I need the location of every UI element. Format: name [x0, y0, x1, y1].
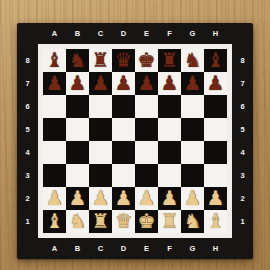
square-d6 — [112, 95, 135, 118]
square-a6 — [43, 95, 66, 118]
square-g8: ♞ — [181, 49, 204, 72]
square-a3 — [43, 164, 66, 187]
square-c6 — [89, 95, 112, 118]
rank-right-label-6: 6 — [232, 95, 253, 118]
square-e7: ♟ — [135, 72, 158, 95]
file-bottom-label-b: B — [66, 238, 89, 259]
square-f7: ♟ — [158, 72, 181, 95]
square-b1: ♞ — [66, 210, 89, 233]
file-bottom-label-h: H — [204, 238, 227, 259]
square-b5 — [66, 118, 89, 141]
white-knight: ♞ — [184, 210, 202, 233]
file-top-label-f: F — [158, 23, 181, 44]
white-pawn: ♟ — [92, 187, 110, 210]
rank-right-label-5: 5 — [232, 118, 253, 141]
square-g4 — [181, 141, 204, 164]
square-f4 — [158, 141, 181, 164]
square-e8: ♚ — [135, 49, 158, 72]
black-queen: ♛ — [115, 49, 133, 72]
rank-left-label-2: 2 — [17, 187, 38, 210]
black-pawn: ♟ — [46, 72, 64, 95]
white-pawn: ♟ — [207, 187, 225, 210]
wood-table-background: ABCDEFGH ABCDEFGH 87654321 87654321 ♝♞♜♛… — [0, 0, 270, 270]
black-pawn: ♟ — [184, 72, 202, 95]
white-king: ♚ — [138, 210, 156, 233]
square-h3 — [204, 164, 227, 187]
square-b4 — [66, 141, 89, 164]
black-pawn: ♟ — [92, 72, 110, 95]
square-d8: ♛ — [112, 49, 135, 72]
square-g5 — [181, 118, 204, 141]
square-b3 — [66, 164, 89, 187]
black-pawn: ♟ — [207, 72, 225, 95]
white-pawn: ♟ — [115, 187, 133, 210]
rank-left-label-5: 5 — [17, 118, 38, 141]
square-f8: ♜ — [158, 49, 181, 72]
file-top-label-a: A — [43, 23, 66, 44]
file-top-label-e: E — [135, 23, 158, 44]
file-top-label-g: G — [181, 23, 204, 44]
white-queen: ♛ — [115, 210, 133, 233]
file-top-label-h: H — [204, 23, 227, 44]
rank-left-label-6: 6 — [17, 95, 38, 118]
square-e6 — [135, 95, 158, 118]
file-bottom-label-f: F — [158, 238, 181, 259]
square-a5 — [43, 118, 66, 141]
white-rook: ♜ — [161, 210, 179, 233]
square-g1: ♞ — [181, 210, 204, 233]
white-pawn: ♟ — [161, 187, 179, 210]
board-grid: ♝♞♜♛♚♜♞♝♟♟♟♟♟♟♟♟♟♟♟♟♟♟♟♟♝♞♜♛♚♜♞♝ — [43, 49, 227, 233]
file-bottom-label-e: E — [135, 238, 158, 259]
white-bishop: ♝ — [207, 210, 225, 233]
square-f3 — [158, 164, 181, 187]
rank-labels-right: 87654321 — [232, 49, 253, 233]
square-h1: ♝ — [204, 210, 227, 233]
square-d3 — [112, 164, 135, 187]
rank-right-label-7: 7 — [232, 72, 253, 95]
rank-labels-left: 87654321 — [17, 49, 38, 233]
rank-right-label-8: 8 — [232, 49, 253, 72]
white-pawn: ♟ — [184, 187, 202, 210]
square-g7: ♟ — [181, 72, 204, 95]
rank-right-label-2: 2 — [232, 187, 253, 210]
rank-right-label-3: 3 — [232, 164, 253, 187]
file-bottom-label-c: C — [89, 238, 112, 259]
square-c8: ♜ — [89, 49, 112, 72]
file-bottom-label-d: D — [112, 238, 135, 259]
square-c4 — [89, 141, 112, 164]
square-a4 — [43, 141, 66, 164]
square-g2: ♟ — [181, 187, 204, 210]
square-c3 — [89, 164, 112, 187]
square-h6 — [204, 95, 227, 118]
square-b6 — [66, 95, 89, 118]
rank-left-label-3: 3 — [17, 164, 38, 187]
file-top-label-b: B — [66, 23, 89, 44]
square-f1: ♜ — [158, 210, 181, 233]
square-h4 — [204, 141, 227, 164]
black-bishop: ♝ — [207, 49, 225, 72]
white-pawn: ♟ — [46, 187, 64, 210]
file-labels-top: ABCDEFGH — [43, 23, 227, 44]
square-e3 — [135, 164, 158, 187]
square-a7: ♟ — [43, 72, 66, 95]
square-f5 — [158, 118, 181, 141]
square-g3 — [181, 164, 204, 187]
square-h8: ♝ — [204, 49, 227, 72]
file-bottom-label-g: G — [181, 238, 204, 259]
board-inner-margin: ♝♞♜♛♚♜♞♝♟♟♟♟♟♟♟♟♟♟♟♟♟♟♟♟♝♞♜♛♚♜♞♝ — [38, 44, 232, 238]
black-rook: ♜ — [161, 49, 179, 72]
square-d7: ♟ — [112, 72, 135, 95]
black-pawn: ♟ — [115, 72, 133, 95]
square-h5 — [204, 118, 227, 141]
square-e2: ♟ — [135, 187, 158, 210]
white-bishop: ♝ — [46, 210, 64, 233]
white-pawn: ♟ — [69, 187, 87, 210]
rank-left-label-8: 8 — [17, 49, 38, 72]
chess-board: ABCDEFGH ABCDEFGH 87654321 87654321 ♝♞♜♛… — [17, 23, 253, 259]
file-top-label-c: C — [89, 23, 112, 44]
white-pawn: ♟ — [138, 187, 156, 210]
black-pawn: ♟ — [161, 72, 179, 95]
black-pawn: ♟ — [138, 72, 156, 95]
black-pawn: ♟ — [69, 72, 87, 95]
square-d4 — [112, 141, 135, 164]
rank-left-label-4: 4 — [17, 141, 38, 164]
square-a8: ♝ — [43, 49, 66, 72]
black-rook: ♜ — [92, 49, 110, 72]
square-a2: ♟ — [43, 187, 66, 210]
square-b8: ♞ — [66, 49, 89, 72]
rank-right-label-1: 1 — [232, 210, 253, 233]
square-e4 — [135, 141, 158, 164]
square-f6 — [158, 95, 181, 118]
black-knight: ♞ — [184, 49, 202, 72]
file-labels-bottom: ABCDEFGH — [43, 238, 227, 259]
square-a1: ♝ — [43, 210, 66, 233]
file-top-label-d: D — [112, 23, 135, 44]
square-d1: ♛ — [112, 210, 135, 233]
square-f2: ♟ — [158, 187, 181, 210]
square-c5 — [89, 118, 112, 141]
black-king: ♚ — [138, 49, 156, 72]
square-b2: ♟ — [66, 187, 89, 210]
square-h7: ♟ — [204, 72, 227, 95]
file-bottom-label-a: A — [43, 238, 66, 259]
square-d2: ♟ — [112, 187, 135, 210]
square-d5 — [112, 118, 135, 141]
rank-right-label-4: 4 — [232, 141, 253, 164]
square-c7: ♟ — [89, 72, 112, 95]
square-h2: ♟ — [204, 187, 227, 210]
rank-left-label-7: 7 — [17, 72, 38, 95]
square-b7: ♟ — [66, 72, 89, 95]
square-c1: ♜ — [89, 210, 112, 233]
square-e5 — [135, 118, 158, 141]
white-rook: ♜ — [92, 210, 110, 233]
square-g6 — [181, 95, 204, 118]
black-bishop: ♝ — [46, 49, 64, 72]
rank-left-label-1: 1 — [17, 210, 38, 233]
black-knight: ♞ — [69, 49, 87, 72]
square-e1: ♚ — [135, 210, 158, 233]
square-c2: ♟ — [89, 187, 112, 210]
white-knight: ♞ — [69, 210, 87, 233]
